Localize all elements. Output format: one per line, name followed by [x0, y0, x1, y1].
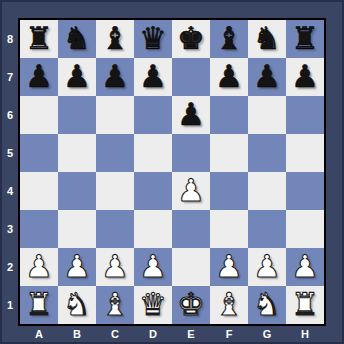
square-b1[interactable]: ♞: [58, 286, 96, 324]
square-d3[interactable]: [134, 210, 172, 248]
file-labels: ABCDEFGH: [20, 326, 324, 342]
piece-black-pawn[interactable]: ♟: [286, 58, 324, 96]
piece-white-bishop[interactable]: ♝: [96, 286, 134, 324]
rank-label-6: 6: [2, 96, 18, 134]
square-b5[interactable]: [58, 134, 96, 172]
square-g5[interactable]: [248, 134, 286, 172]
square-g3[interactable]: [248, 210, 286, 248]
piece-white-rook[interactable]: ♜: [286, 286, 324, 324]
square-h6[interactable]: [286, 96, 324, 134]
file-label-e: E: [172, 326, 210, 342]
square-d2[interactable]: ♟: [134, 248, 172, 286]
piece-black-pawn[interactable]: ♟: [58, 58, 96, 96]
piece-white-knight[interactable]: ♞: [58, 286, 96, 324]
square-d5[interactable]: [134, 134, 172, 172]
square-h5[interactable]: [286, 134, 324, 172]
square-a4[interactable]: [20, 172, 58, 210]
piece-black-pawn[interactable]: ♟: [20, 58, 58, 96]
piece-black-queen[interactable]: ♛: [134, 20, 172, 58]
square-d4[interactable]: [134, 172, 172, 210]
piece-white-pawn[interactable]: ♟: [210, 248, 248, 286]
square-e1[interactable]: ♚: [172, 286, 210, 324]
piece-white-queen[interactable]: ♛: [134, 286, 172, 324]
square-h7[interactable]: ♟: [286, 58, 324, 96]
rank-label-1: 1: [2, 286, 18, 324]
square-f8[interactable]: ♝: [210, 20, 248, 58]
square-b2[interactable]: ♟: [58, 248, 96, 286]
square-a2[interactable]: ♟: [20, 248, 58, 286]
square-c1[interactable]: ♝: [96, 286, 134, 324]
piece-black-pawn[interactable]: ♟: [210, 58, 248, 96]
square-a5[interactable]: [20, 134, 58, 172]
square-g6[interactable]: [248, 96, 286, 134]
square-c7[interactable]: ♟: [96, 58, 134, 96]
file-label-h: H: [286, 326, 324, 342]
square-a1[interactable]: ♜: [20, 286, 58, 324]
square-b8[interactable]: ♞: [58, 20, 96, 58]
piece-black-pawn[interactable]: ♟: [248, 58, 286, 96]
square-a7[interactable]: ♟: [20, 58, 58, 96]
piece-white-pawn[interactable]: ♟: [58, 248, 96, 286]
square-b3[interactable]: [58, 210, 96, 248]
file-label-f: F: [210, 326, 248, 342]
square-f5[interactable]: [210, 134, 248, 172]
square-f1[interactable]: ♝: [210, 286, 248, 324]
board-frame: ♜♞♝♛♚♝♞♜♟♟♟♟♟♟♟♟♟♟♟♟♟♟♟♟♜♞♝♛♚♝♞♜: [18, 18, 326, 326]
square-f3[interactable]: [210, 210, 248, 248]
piece-black-bishop[interactable]: ♝: [96, 20, 134, 58]
square-e3[interactable]: [172, 210, 210, 248]
piece-black-king[interactable]: ♚: [172, 20, 210, 58]
square-d6[interactable]: [134, 96, 172, 134]
file-label-d: D: [134, 326, 172, 342]
square-e4[interactable]: ♟: [172, 172, 210, 210]
rank-label-2: 2: [2, 248, 18, 286]
piece-white-pawn[interactable]: ♟: [20, 248, 58, 286]
rank-label-4: 4: [2, 172, 18, 210]
square-g2[interactable]: ♟: [248, 248, 286, 286]
square-f6[interactable]: [210, 96, 248, 134]
rank-label-7: 7: [2, 58, 18, 96]
rank-label-8: 8: [2, 20, 18, 58]
piece-white-bishop[interactable]: ♝: [210, 286, 248, 324]
rank-label-3: 3: [2, 210, 18, 248]
square-d1[interactable]: ♛: [134, 286, 172, 324]
square-e8[interactable]: ♚: [172, 20, 210, 58]
piece-black-knight[interactable]: ♞: [248, 20, 286, 58]
square-h2[interactable]: ♟: [286, 248, 324, 286]
chessboard-app: 87654321 ♜♞♝♛♚♝♞♜♟♟♟♟♟♟♟♟♟♟♟♟♟♟♟♟♜♞♝♛♚♝♞…: [0, 0, 344, 344]
piece-black-pawn[interactable]: ♟: [134, 58, 172, 96]
piece-white-rook[interactable]: ♜: [20, 286, 58, 324]
file-label-c: C: [96, 326, 134, 342]
square-c2[interactable]: ♟: [96, 248, 134, 286]
square-f4[interactable]: [210, 172, 248, 210]
square-c3[interactable]: [96, 210, 134, 248]
square-d7[interactable]: ♟: [134, 58, 172, 96]
piece-black-bishop[interactable]: ♝: [210, 20, 248, 58]
square-d8[interactable]: ♛: [134, 20, 172, 58]
square-h1[interactable]: ♜: [286, 286, 324, 324]
rank-label-5: 5: [2, 134, 18, 172]
square-f7[interactable]: ♟: [210, 58, 248, 96]
piece-white-pawn[interactable]: ♟: [248, 248, 286, 286]
square-b6[interactable]: [58, 96, 96, 134]
square-a8[interactable]: ♜: [20, 20, 58, 58]
rank-labels: 87654321: [2, 20, 18, 324]
piece-white-pawn[interactable]: ♟: [96, 248, 134, 286]
chess-board[interactable]: ♜♞♝♛♚♝♞♜♟♟♟♟♟♟♟♟♟♟♟♟♟♟♟♟♜♞♝♛♚♝♞♜: [20, 20, 324, 324]
square-c5[interactable]: [96, 134, 134, 172]
piece-black-rook[interactable]: ♜: [286, 20, 324, 58]
square-h8[interactable]: ♜: [286, 20, 324, 58]
square-e6[interactable]: ♟: [172, 96, 210, 134]
file-label-g: G: [248, 326, 286, 342]
square-e5[interactable]: [172, 134, 210, 172]
piece-white-knight[interactable]: ♞: [248, 286, 286, 324]
square-a3[interactable]: [20, 210, 58, 248]
square-c4[interactable]: [96, 172, 134, 210]
piece-black-pawn[interactable]: ♟: [172, 96, 210, 134]
piece-white-pawn[interactable]: ♟: [134, 248, 172, 286]
square-g7[interactable]: ♟: [248, 58, 286, 96]
square-h4[interactable]: [286, 172, 324, 210]
square-g1[interactable]: ♞: [248, 286, 286, 324]
piece-white-pawn[interactable]: ♟: [172, 172, 210, 210]
file-label-a: A: [20, 326, 58, 342]
square-g8[interactable]: ♞: [248, 20, 286, 58]
piece-black-pawn[interactable]: ♟: [96, 58, 134, 96]
square-b7[interactable]: ♟: [58, 58, 96, 96]
piece-black-knight[interactable]: ♞: [58, 20, 96, 58]
square-c6[interactable]: [96, 96, 134, 134]
square-g4[interactable]: [248, 172, 286, 210]
piece-white-king[interactable]: ♚: [172, 286, 210, 324]
square-e7[interactable]: [172, 58, 210, 96]
piece-black-rook[interactable]: ♜: [20, 20, 58, 58]
square-c8[interactable]: ♝: [96, 20, 134, 58]
square-f2[interactable]: ♟: [210, 248, 248, 286]
square-b4[interactable]: [58, 172, 96, 210]
square-h3[interactable]: [286, 210, 324, 248]
square-a6[interactable]: [20, 96, 58, 134]
file-label-b: B: [58, 326, 96, 342]
piece-white-pawn[interactable]: ♟: [286, 248, 324, 286]
square-e2[interactable]: [172, 248, 210, 286]
